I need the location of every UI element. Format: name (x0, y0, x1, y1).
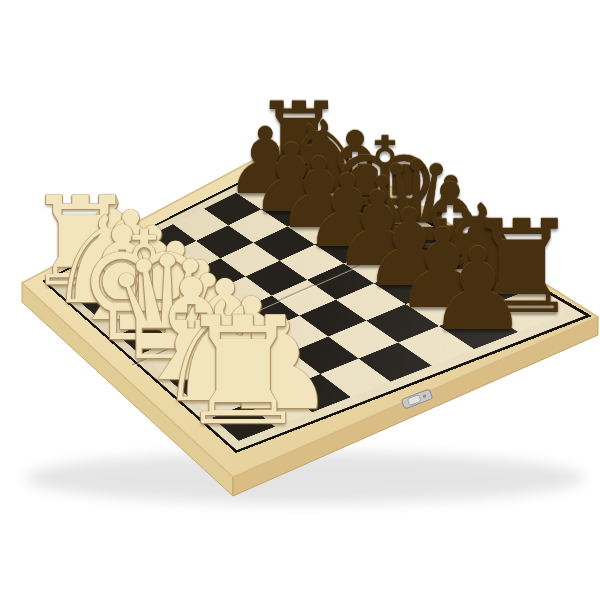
board-sheen (45, 151, 585, 450)
chess-set-photo: ♜♟♞♟♝♟♚♟♛♟♝♟♜♟♟♞♞♟♟♜♝♟♟♚♟♛♟♝♟♞♟♜ (0, 0, 600, 600)
clasp-icon (401, 389, 433, 409)
box-shadow (25, 452, 585, 504)
chess-board (42, 149, 592, 453)
